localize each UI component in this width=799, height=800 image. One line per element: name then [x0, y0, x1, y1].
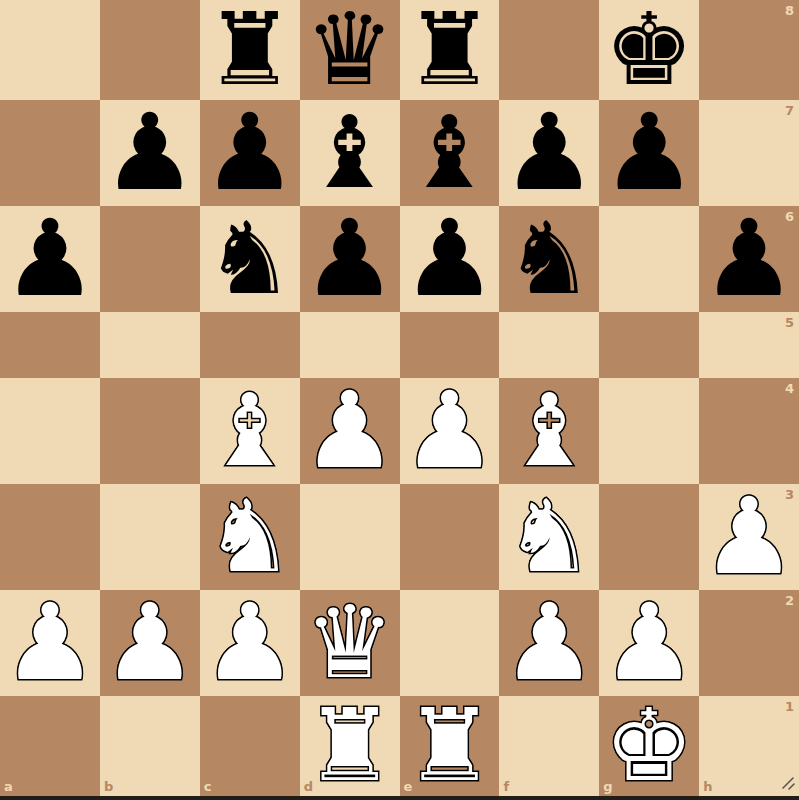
piece-black-knight[interactable]: ♞ [205, 209, 295, 309]
square-c8[interactable]: ♜ [200, 0, 300, 100]
square-d1[interactable]: ♜d [300, 696, 400, 796]
square-h5[interactable]: 5 [699, 312, 799, 378]
square-e1[interactable]: ♜e [400, 696, 500, 796]
square-g3[interactable] [599, 484, 699, 590]
piece-white-pawn[interactable]: ♟ [2, 590, 97, 696]
square-e6[interactable]: ♟ [400, 206, 500, 312]
resize-handle-icon[interactable] [780, 775, 796, 791]
rank-label-2: 2 [785, 594, 794, 607]
piece-black-pawn[interactable]: ♟ [702, 206, 797, 312]
file-label-a: a [4, 780, 13, 793]
rank-label-4: 4 [785, 382, 794, 395]
square-c4[interactable]: ♝ [200, 378, 300, 484]
rank-label-8: 8 [785, 4, 794, 17]
chess-board: ♜♛♜♚8♟♟♝♝♟♟7♟♞♟♟♞♟65♝♟♟♝4♞♞♟3♟♟♟♛♟♟2abc♜… [0, 0, 799, 796]
piece-white-pawn[interactable]: ♟ [702, 484, 797, 590]
piece-white-pawn[interactable]: ♟ [302, 378, 397, 484]
square-f2[interactable]: ♟ [499, 590, 599, 696]
file-label-b: b [104, 780, 113, 793]
square-e2[interactable] [400, 590, 500, 696]
square-h2[interactable]: 2 [699, 590, 799, 696]
square-e8[interactable]: ♜ [400, 0, 500, 100]
file-label-g: g [603, 780, 612, 793]
square-g1[interactable]: ♚g [599, 696, 699, 796]
square-g4[interactable] [599, 378, 699, 484]
piece-white-knight[interactable]: ♞ [504, 487, 594, 587]
piece-black-bishop[interactable]: ♝ [405, 103, 495, 203]
piece-white-pawn[interactable]: ♟ [602, 590, 697, 696]
piece-white-pawn[interactable]: ♟ [402, 378, 497, 484]
square-c5[interactable] [200, 312, 300, 378]
square-h6[interactable]: ♟6 [699, 206, 799, 312]
piece-black-pawn[interactable]: ♟ [202, 100, 297, 206]
square-b6[interactable] [100, 206, 200, 312]
piece-black-queen[interactable]: ♛ [305, 0, 395, 100]
piece-black-pawn[interactable]: ♟ [2, 206, 97, 312]
square-b3[interactable] [100, 484, 200, 590]
square-c3[interactable]: ♞ [200, 484, 300, 590]
square-b7[interactable]: ♟ [100, 100, 200, 206]
square-h4[interactable]: 4 [699, 378, 799, 484]
file-label-f: f [503, 780, 509, 793]
square-a6[interactable]: ♟ [0, 206, 100, 312]
square-d8[interactable]: ♛ [300, 0, 400, 100]
square-g7[interactable]: ♟ [599, 100, 699, 206]
square-d7[interactable]: ♝ [300, 100, 400, 206]
square-g6[interactable] [599, 206, 699, 312]
rank-label-5: 5 [785, 316, 794, 329]
file-label-c: c [204, 780, 212, 793]
square-f8[interactable] [499, 0, 599, 100]
square-f3[interactable]: ♞ [499, 484, 599, 590]
square-f4[interactable]: ♝ [499, 378, 599, 484]
square-a8[interactable] [0, 0, 100, 100]
square-a4[interactable] [0, 378, 100, 484]
square-c7[interactable]: ♟ [200, 100, 300, 206]
piece-white-bishop[interactable]: ♝ [504, 381, 594, 481]
square-f5[interactable] [499, 312, 599, 378]
square-h7[interactable]: 7 [699, 100, 799, 206]
square-e7[interactable]: ♝ [400, 100, 500, 206]
piece-black-knight[interactable]: ♞ [504, 209, 594, 309]
square-b4[interactable] [100, 378, 200, 484]
square-a3[interactable] [0, 484, 100, 590]
piece-white-rook[interactable]: ♜ [305, 696, 395, 796]
file-label-e: e [404, 780, 413, 793]
piece-black-pawn[interactable]: ♟ [602, 100, 697, 206]
piece-white-knight[interactable]: ♞ [205, 487, 295, 587]
piece-black-rook[interactable]: ♜ [205, 0, 295, 100]
square-b2[interactable]: ♟ [100, 590, 200, 696]
square-f7[interactable]: ♟ [499, 100, 599, 206]
square-a2[interactable]: ♟ [0, 590, 100, 696]
square-g5[interactable] [599, 312, 699, 378]
piece-black-bishop[interactable]: ♝ [305, 103, 395, 203]
piece-white-queen[interactable]: ♛ [305, 593, 395, 693]
square-h3[interactable]: ♟3 [699, 484, 799, 590]
rank-label-3: 3 [785, 488, 794, 501]
piece-white-king[interactable]: ♚ [604, 696, 694, 796]
piece-white-pawn[interactable]: ♟ [502, 590, 597, 696]
rank-label-1: 1 [785, 700, 794, 713]
square-d2[interactable]: ♛ [300, 590, 400, 696]
square-d4[interactable]: ♟ [300, 378, 400, 484]
piece-black-king[interactable]: ♚ [604, 0, 694, 100]
square-h8[interactable]: 8 [699, 0, 799, 100]
file-label-h: h [703, 780, 712, 793]
square-d3[interactable] [300, 484, 400, 590]
square-a7[interactable] [0, 100, 100, 206]
square-b1[interactable]: b [100, 696, 200, 796]
piece-black-pawn[interactable]: ♟ [502, 100, 597, 206]
piece-white-rook[interactable]: ♜ [405, 696, 495, 796]
piece-black-pawn[interactable]: ♟ [302, 206, 397, 312]
piece-white-bishop[interactable]: ♝ [205, 381, 295, 481]
square-d6[interactable]: ♟ [300, 206, 400, 312]
piece-black-rook[interactable]: ♜ [405, 0, 495, 100]
piece-white-pawn[interactable]: ♟ [102, 590, 197, 696]
square-e3[interactable] [400, 484, 500, 590]
square-g8[interactable]: ♚ [599, 0, 699, 100]
piece-black-pawn[interactable]: ♟ [402, 206, 497, 312]
square-g2[interactable]: ♟ [599, 590, 699, 696]
file-label-d: d [304, 780, 313, 793]
square-e4[interactable]: ♟ [400, 378, 500, 484]
square-c6[interactable]: ♞ [200, 206, 300, 312]
piece-black-pawn[interactable]: ♟ [102, 100, 197, 206]
rank-label-7: 7 [785, 104, 794, 117]
square-b8[interactable] [100, 0, 200, 100]
rank-label-6: 6 [785, 210, 794, 223]
square-b5[interactable] [100, 312, 200, 378]
piece-white-pawn[interactable]: ♟ [202, 590, 297, 696]
square-a1[interactable]: a [0, 696, 100, 796]
square-f6[interactable]: ♞ [499, 206, 599, 312]
square-a5[interactable] [0, 312, 100, 378]
square-c1[interactable]: c [200, 696, 300, 796]
square-f1[interactable]: f [499, 696, 599, 796]
square-c2[interactable]: ♟ [200, 590, 300, 696]
